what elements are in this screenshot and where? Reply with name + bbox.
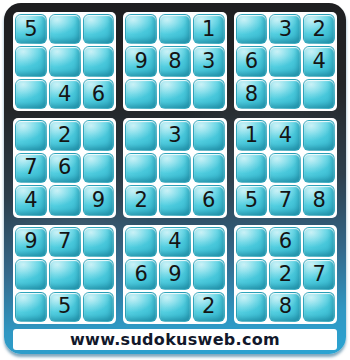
cell-r3c7[interactable]: 8 <box>236 79 268 109</box>
cell-r2c8[interactable] <box>269 46 301 76</box>
cell-r4c5[interactable]: 3 <box>159 120 191 150</box>
cell-r7c6[interactable] <box>193 227 225 257</box>
cell-r9c9[interactable] <box>303 292 335 322</box>
cell-r5c5[interactable] <box>159 153 191 183</box>
cell-r3c1[interactable] <box>15 79 47 109</box>
cell-r8c1[interactable] <box>15 259 47 289</box>
cell-r6c2[interactable] <box>49 185 81 215</box>
cell-r5c2[interactable]: 6 <box>49 153 81 183</box>
cell-r9c8[interactable]: 8 <box>269 292 301 322</box>
box-8: 4692 <box>123 225 226 324</box>
cell-r4c2[interactable]: 2 <box>49 120 81 150</box>
cell-r1c2[interactable] <box>49 14 81 44</box>
cell-r5c7[interactable] <box>236 153 268 183</box>
cell-r3c9[interactable] <box>303 79 335 109</box>
cell-r1c8[interactable]: 3 <box>269 14 301 44</box>
cell-r2c4[interactable]: 9 <box>125 46 157 76</box>
board-frame: 546 1983 32648 27649 326 14578 975 4692 … <box>4 3 346 354</box>
cell-r3c3[interactable]: 6 <box>83 79 115 109</box>
cell-r2c3[interactable] <box>83 46 115 76</box>
box-7: 975 <box>13 225 116 324</box>
cell-r9c1[interactable] <box>15 292 47 322</box>
cell-r7c5[interactable]: 4 <box>159 227 191 257</box>
cell-r5c3[interactable] <box>83 153 115 183</box>
cell-r3c8[interactable] <box>269 79 301 109</box>
cell-r4c6[interactable] <box>193 120 225 150</box>
cell-r1c3[interactable] <box>83 14 115 44</box>
cell-r8c5[interactable]: 9 <box>159 259 191 289</box>
cell-r6c7[interactable]: 5 <box>236 185 268 215</box>
cell-r1c5[interactable] <box>159 14 191 44</box>
cell-r9c7[interactable] <box>236 292 268 322</box>
site-url-label: www.sudokusweb.com <box>70 330 280 349</box>
cell-r5c1[interactable]: 7 <box>15 153 47 183</box>
cell-r8c6[interactable] <box>193 259 225 289</box>
sudoku-board: 546 1983 32648 27649 326 14578 975 4692 … <box>13 12 337 324</box>
cell-r5c6[interactable] <box>193 153 225 183</box>
box-6: 14578 <box>234 118 337 217</box>
cell-r4c8[interactable]: 4 <box>269 120 301 150</box>
cell-r3c4[interactable] <box>125 79 157 109</box>
cell-r9c2[interactable]: 5 <box>49 292 81 322</box>
cell-r2c2[interactable] <box>49 46 81 76</box>
cell-r4c1[interactable] <box>15 120 47 150</box>
cell-r8c9[interactable]: 7 <box>303 259 335 289</box>
cell-r1c1[interactable]: 5 <box>15 14 47 44</box>
cell-r6c6[interactable]: 6 <box>193 185 225 215</box>
cell-r4c3[interactable] <box>83 120 115 150</box>
cell-r6c8[interactable]: 7 <box>269 185 301 215</box>
footer-strip: www.sudokusweb.com <box>13 329 337 350</box>
cell-r7c9[interactable] <box>303 227 335 257</box>
cell-r5c4[interactable] <box>125 153 157 183</box>
cell-r7c4[interactable] <box>125 227 157 257</box>
cell-r7c1[interactable]: 9 <box>15 227 47 257</box>
cell-r8c2[interactable] <box>49 259 81 289</box>
box-1: 546 <box>13 12 116 111</box>
cell-r2c9[interactable]: 4 <box>303 46 335 76</box>
cell-r6c9[interactable]: 8 <box>303 185 335 215</box>
cell-r3c2[interactable]: 4 <box>49 79 81 109</box>
cell-r7c3[interactable] <box>83 227 115 257</box>
cell-r6c5[interactable] <box>159 185 191 215</box>
cell-r2c7[interactable]: 6 <box>236 46 268 76</box>
cell-r9c5[interactable] <box>159 292 191 322</box>
cell-r4c7[interactable]: 1 <box>236 120 268 150</box>
cell-r8c4[interactable]: 6 <box>125 259 157 289</box>
cell-r7c8[interactable]: 6 <box>269 227 301 257</box>
cell-r4c9[interactable] <box>303 120 335 150</box>
cell-r1c6[interactable]: 1 <box>193 14 225 44</box>
cell-r6c4[interactable]: 2 <box>125 185 157 215</box>
cell-r5c9[interactable] <box>303 153 335 183</box>
cell-r5c8[interactable] <box>269 153 301 183</box>
cell-r1c9[interactable]: 2 <box>303 14 335 44</box>
cell-r4c4[interactable] <box>125 120 157 150</box>
cell-r8c8[interactable]: 2 <box>269 259 301 289</box>
cell-r9c6[interactable]: 2 <box>193 292 225 322</box>
cell-r2c6[interactable]: 3 <box>193 46 225 76</box>
box-2: 1983 <box>123 12 226 111</box>
cell-r7c2[interactable]: 7 <box>49 227 81 257</box>
cell-r3c5[interactable] <box>159 79 191 109</box>
cell-r6c1[interactable]: 4 <box>15 185 47 215</box>
cell-r7c7[interactable] <box>236 227 268 257</box>
cell-r8c3[interactable] <box>83 259 115 289</box>
cell-r2c1[interactable] <box>15 46 47 76</box>
box-3: 32648 <box>234 12 337 111</box>
box-5: 326 <box>123 118 226 217</box>
cell-r2c5[interactable]: 8 <box>159 46 191 76</box>
cell-r8c7[interactable] <box>236 259 268 289</box>
sudoku-page: 546 1983 32648 27649 326 14578 975 4692 … <box>0 0 350 360</box>
cell-r9c3[interactable] <box>83 292 115 322</box>
box-4: 27649 <box>13 118 116 217</box>
cell-r1c4[interactable] <box>125 14 157 44</box>
cell-r6c3[interactable]: 9 <box>83 185 115 215</box>
cell-r3c6[interactable] <box>193 79 225 109</box>
cell-r1c7[interactable] <box>236 14 268 44</box>
box-9: 6278 <box>234 225 337 324</box>
cell-r9c4[interactable] <box>125 292 157 322</box>
